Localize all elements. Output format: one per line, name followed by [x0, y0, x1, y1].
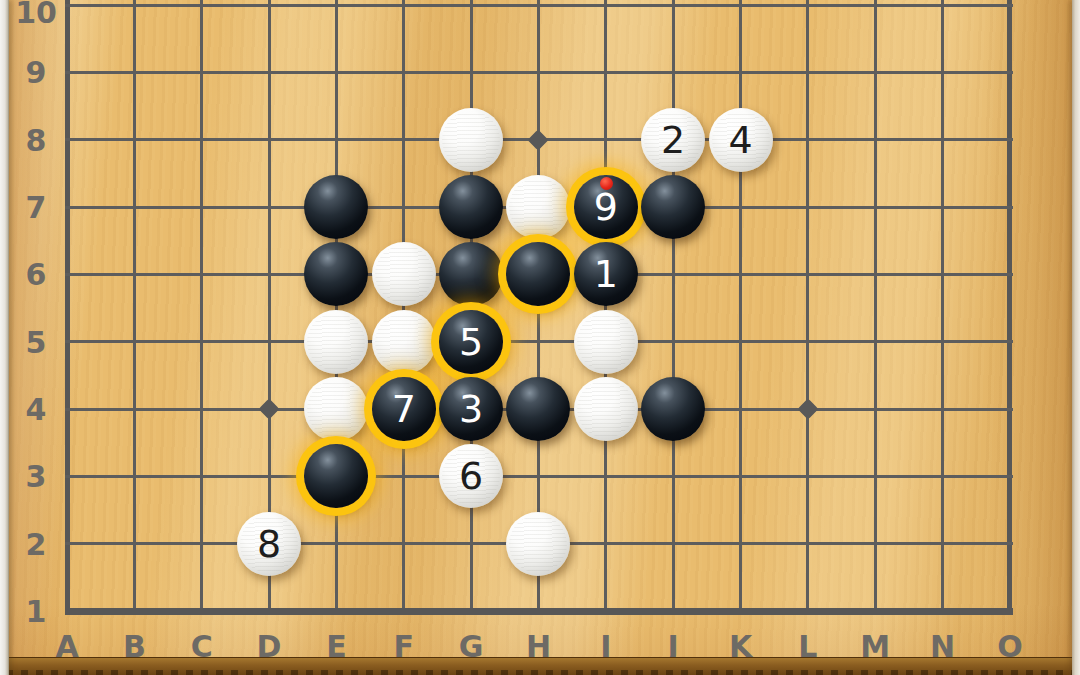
stone-black-F4-highlighted[interactable]: 7: [372, 377, 436, 441]
grid-vline-E: [335, 0, 338, 614]
stone-black-H6-highlighted[interactable]: [506, 242, 570, 306]
grid-vline-F: [402, 0, 405, 614]
stone-white-K8[interactable]: 4: [709, 108, 773, 172]
grid-hline-10: [65, 4, 1013, 7]
row-label-5: 5: [26, 324, 47, 359]
move-number-5: 5: [439, 310, 503, 374]
row-label-1: 1: [26, 594, 47, 629]
stone-white-E4[interactable]: [304, 377, 368, 441]
grid-vline-J: [672, 0, 675, 614]
stone-black-I7-highlighted[interactable]: 9: [574, 175, 638, 239]
grid-vline-O: [1007, 0, 1012, 614]
row-label-7: 7: [26, 190, 47, 225]
stone-black-G7[interactable]: [439, 175, 503, 239]
star-point-L4: [797, 398, 818, 419]
stone-white-D2[interactable]: 8: [237, 512, 301, 576]
grid-vline-M: [874, 0, 877, 614]
stone-white-G3[interactable]: 6: [439, 444, 503, 508]
stone-black-E7[interactable]: [304, 175, 368, 239]
move-number-8: 8: [237, 512, 301, 576]
stone-black-G5-highlighted[interactable]: 5: [439, 310, 503, 374]
stone-black-E6[interactable]: [304, 242, 368, 306]
grid-vline-B: [133, 0, 136, 614]
star-point-D4: [258, 398, 279, 419]
grid-vline-A: [65, 0, 70, 614]
move-number-4: 4: [709, 108, 773, 172]
row-label-3: 3: [26, 459, 47, 494]
grid-hline-9: [65, 71, 1013, 74]
move-number-9: 9: [574, 175, 638, 239]
stone-white-I4[interactable]: [574, 377, 638, 441]
stone-white-I5[interactable]: [574, 310, 638, 374]
move-number-1: 1: [574, 242, 638, 306]
row-label-8: 8: [26, 122, 47, 157]
stone-white-H2[interactable]: [506, 512, 570, 576]
stone-white-G8[interactable]: [439, 108, 503, 172]
stone-black-G6[interactable]: [439, 242, 503, 306]
row-label-2: 2: [26, 526, 47, 561]
stone-black-J7[interactable]: [641, 175, 705, 239]
grid-vline-L: [806, 0, 809, 614]
gomoku-board[interactable]: ABCDEFGHIJKLMNO12345678910 249157368: [0, 0, 1080, 675]
grid-vline-G: [470, 0, 473, 614]
grid-vline-K: [739, 0, 742, 614]
grid-vline-N: [941, 0, 944, 614]
board-bottom-edge: [6, 657, 1080, 675]
grid-hline-5: [65, 340, 1013, 343]
move-number-2: 2: [641, 108, 705, 172]
stone-black-I6[interactable]: 1: [574, 242, 638, 306]
grid-vline-I: [604, 0, 607, 614]
stone-black-H4[interactable]: [506, 377, 570, 441]
grid-vline-C: [200, 0, 203, 614]
grid-hline-3: [65, 475, 1013, 478]
stone-white-F5[interactable]: [372, 310, 436, 374]
row-label-6: 6: [26, 257, 47, 292]
stone-white-F6[interactable]: [372, 242, 436, 306]
star-point-H8: [528, 129, 549, 150]
stone-white-E5[interactable]: [304, 310, 368, 374]
stone-black-J4[interactable]: [641, 377, 705, 441]
move-number-3: 3: [439, 377, 503, 441]
stone-white-H7[interactable]: [506, 175, 570, 239]
row-label-4: 4: [26, 392, 47, 427]
row-label-9: 9: [26, 55, 47, 90]
board-right-edge: [1072, 0, 1080, 675]
stone-black-G4[interactable]: 3: [439, 377, 503, 441]
stone-black-E3-highlighted[interactable]: [304, 444, 368, 508]
stone-white-J8[interactable]: 2: [641, 108, 705, 172]
grid-hline-1: [65, 608, 1013, 615]
board-left-edge: [0, 0, 9, 675]
move-number-7: 7: [372, 377, 436, 441]
move-number-6: 6: [439, 444, 503, 508]
row-label-10: 10: [15, 0, 57, 30]
